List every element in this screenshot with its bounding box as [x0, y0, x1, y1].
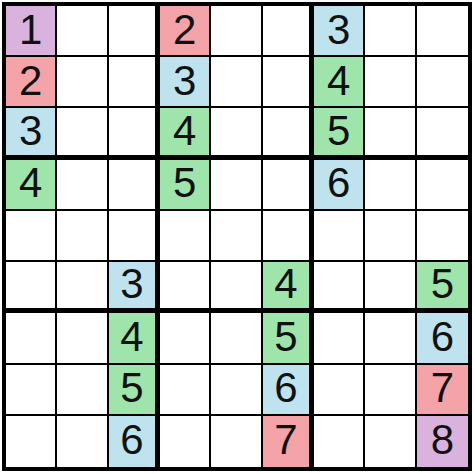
- cell-r8c4[interactable]: [160, 365, 211, 416]
- given-digit: 2: [19, 60, 42, 102]
- cell-r7c3[interactable]: 4: [109, 313, 160, 364]
- cell-r7c7[interactable]: [314, 313, 365, 364]
- cell-r2c9[interactable]: [417, 57, 468, 108]
- cell-r1c4[interactable]: 2: [160, 6, 211, 57]
- cell-r6c2[interactable]: [57, 262, 108, 313]
- cell-r7c8[interactable]: [365, 313, 416, 364]
- cell-r4c3[interactable]: [109, 160, 160, 211]
- cell-r4c1[interactable]: 4: [6, 160, 57, 211]
- cell-r6c8[interactable]: [365, 262, 416, 313]
- sudoku-board: 123234345456345456567678: [0, 0, 474, 473]
- cell-r1c5[interactable]: [211, 6, 262, 57]
- cell-r5c2[interactable]: [57, 211, 108, 262]
- cell-r7c6[interactable]: 5: [263, 313, 314, 364]
- cell-r5c8[interactable]: [365, 211, 416, 262]
- given-digit: 3: [120, 263, 143, 305]
- cell-r9c3[interactable]: 6: [109, 416, 160, 467]
- cell-r7c9[interactable]: 6: [417, 313, 468, 364]
- cell-r8c5[interactable]: [211, 365, 262, 416]
- cell-r4c4[interactable]: 5: [160, 160, 211, 211]
- given-digit: 6: [274, 367, 297, 409]
- given-digit: 6: [327, 162, 350, 204]
- given-digit: 8: [431, 419, 454, 461]
- sudoku-grid: 123234345456345456567678: [2, 2, 472, 471]
- cell-r2c7[interactable]: 4: [314, 57, 365, 108]
- given-digit: 3: [327, 9, 350, 51]
- given-digit: 7: [274, 419, 297, 461]
- cell-r1c2[interactable]: [57, 6, 108, 57]
- given-digit: 7: [431, 367, 454, 409]
- given-digit: 5: [274, 316, 297, 358]
- cell-r2c5[interactable]: [211, 57, 262, 108]
- cell-r1c8[interactable]: [365, 6, 416, 57]
- cell-r2c3[interactable]: [109, 57, 160, 108]
- cell-r7c4[interactable]: [160, 313, 211, 364]
- cell-r6c1[interactable]: [6, 262, 57, 313]
- cell-r8c7[interactable]: [314, 365, 365, 416]
- cell-r4c2[interactable]: [57, 160, 108, 211]
- cell-r1c3[interactable]: [109, 6, 160, 57]
- given-digit: 1: [19, 9, 42, 51]
- cell-r1c9[interactable]: [417, 6, 468, 57]
- given-digit: 4: [274, 263, 297, 305]
- given-digit: 4: [327, 60, 350, 102]
- cell-r8c2[interactable]: [57, 365, 108, 416]
- cell-r6c7[interactable]: [314, 262, 365, 313]
- cell-r9c9[interactable]: 8: [417, 416, 468, 467]
- cell-r9c2[interactable]: [57, 416, 108, 467]
- cell-r8c9[interactable]: 7: [417, 365, 468, 416]
- cell-r3c7[interactable]: 5: [314, 108, 365, 159]
- cell-r4c8[interactable]: [365, 160, 416, 211]
- cell-r1c7[interactable]: 3: [314, 6, 365, 57]
- cell-r5c6[interactable]: [263, 211, 314, 262]
- cell-r2c1[interactable]: 2: [6, 57, 57, 108]
- given-digit: 5: [431, 263, 454, 305]
- given-digit: 4: [19, 162, 42, 204]
- cell-r3c6[interactable]: [263, 108, 314, 159]
- cell-r4c7[interactable]: 6: [314, 160, 365, 211]
- cell-r9c8[interactable]: [365, 416, 416, 467]
- given-digit: 5: [327, 110, 350, 152]
- given-digit: 2: [173, 9, 196, 51]
- cell-r5c7[interactable]: [314, 211, 365, 262]
- cell-r4c5[interactable]: [211, 160, 262, 211]
- cell-r7c1[interactable]: [6, 313, 57, 364]
- cell-r3c8[interactable]: [365, 108, 416, 159]
- cell-r3c4[interactable]: 4: [160, 108, 211, 159]
- cell-r5c4[interactable]: [160, 211, 211, 262]
- cell-r5c3[interactable]: [109, 211, 160, 262]
- cell-r3c2[interactable]: [57, 108, 108, 159]
- cell-r1c1[interactable]: 1: [6, 6, 57, 57]
- cell-r2c2[interactable]: [57, 57, 108, 108]
- given-digit: 6: [431, 316, 454, 358]
- cell-r6c9[interactable]: 5: [417, 262, 468, 313]
- given-digit: 3: [173, 60, 196, 102]
- cell-r1c6[interactable]: [263, 6, 314, 57]
- cell-r7c2[interactable]: [57, 313, 108, 364]
- cell-r6c3[interactable]: 3: [109, 262, 160, 313]
- cell-r3c9[interactable]: [417, 108, 468, 159]
- cell-r9c7[interactable]: [314, 416, 365, 467]
- cell-r6c5[interactable]: [211, 262, 262, 313]
- cell-r9c5[interactable]: [211, 416, 262, 467]
- given-digit: 4: [173, 110, 196, 152]
- given-digit: 3: [19, 110, 42, 152]
- cell-r9c6[interactable]: 7: [263, 416, 314, 467]
- cell-r5c5[interactable]: [211, 211, 262, 262]
- cell-r4c6[interactable]: [263, 160, 314, 211]
- cell-r3c5[interactable]: [211, 108, 262, 159]
- cell-r9c1[interactable]: [6, 416, 57, 467]
- cell-r8c6[interactable]: 6: [263, 365, 314, 416]
- given-digit: 5: [120, 367, 143, 409]
- cell-r2c6[interactable]: [263, 57, 314, 108]
- cell-r8c1[interactable]: [6, 365, 57, 416]
- cell-r8c8[interactable]: [365, 365, 416, 416]
- cell-r6c4[interactable]: [160, 262, 211, 313]
- given-digit: 6: [120, 419, 143, 461]
- cell-r9c4[interactable]: [160, 416, 211, 467]
- cell-r8c3[interactable]: 5: [109, 365, 160, 416]
- cell-r3c3[interactable]: [109, 108, 160, 159]
- cell-r2c4[interactable]: 3: [160, 57, 211, 108]
- cell-r5c1[interactable]: [6, 211, 57, 262]
- cell-r3c1[interactable]: 3: [6, 108, 57, 159]
- cell-r5c9[interactable]: [417, 211, 468, 262]
- given-digit: 4: [120, 316, 143, 358]
- cell-r2c8[interactable]: [365, 57, 416, 108]
- cell-r7c5[interactable]: [211, 313, 262, 364]
- given-digit: 5: [173, 162, 196, 204]
- cell-r6c6[interactable]: 4: [263, 262, 314, 313]
- cell-r4c9[interactable]: [417, 160, 468, 211]
